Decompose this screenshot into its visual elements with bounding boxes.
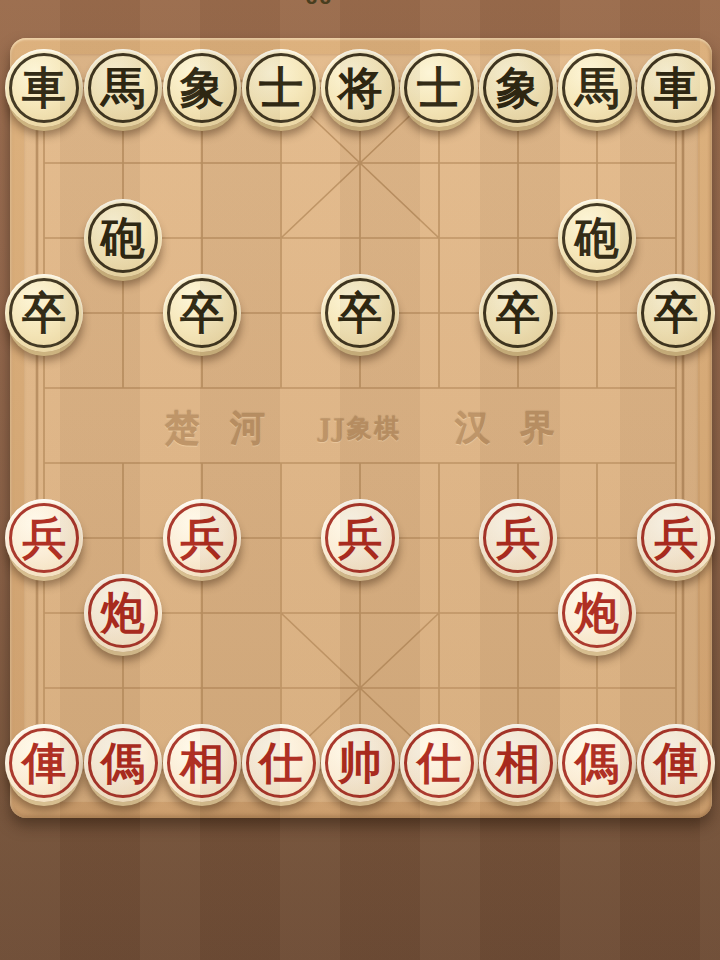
piece-red-soldier[interactable]: 兵	[637, 499, 715, 577]
piece-glyph: 卒	[644, 281, 708, 345]
piece-red-cannon[interactable]: 炮	[84, 574, 162, 652]
piece-ring: 卒	[483, 278, 553, 348]
piece-red-general[interactable]: 帅	[321, 724, 399, 802]
piece-glyph: 卒	[486, 281, 550, 345]
piece-black-soldier[interactable]: 卒	[479, 274, 557, 352]
piece-ring: 帅	[325, 728, 395, 798]
piece-glyph: 仕	[407, 731, 471, 795]
piece-ring: 馬	[562, 53, 632, 123]
piece-black-chariot[interactable]: 車	[637, 49, 715, 127]
piece-ring: 俥	[9, 728, 79, 798]
piece-ring: 兵	[483, 503, 553, 573]
piece-black-advisor[interactable]: 士	[242, 49, 320, 127]
piece-black-cannon[interactable]: 砲	[84, 199, 162, 277]
board-field	[24, 54, 698, 802]
piece-red-horse[interactable]: 傌	[84, 724, 162, 802]
piece-ring: 将	[325, 53, 395, 123]
piece-ring: 象	[483, 53, 553, 123]
piece-glyph: 兵	[170, 506, 234, 570]
piece-glyph: 兵	[644, 506, 708, 570]
piece-ring: 卒	[9, 278, 79, 348]
piece-ring: 車	[9, 53, 79, 123]
piece-glyph: 砲	[565, 206, 629, 270]
piece-ring: 砲	[88, 203, 158, 273]
piece-red-advisor[interactable]: 仕	[242, 724, 320, 802]
piece-black-soldier[interactable]: 卒	[321, 274, 399, 352]
piece-black-soldier[interactable]: 卒	[163, 274, 241, 352]
piece-ring: 相	[167, 728, 237, 798]
piece-glyph: 卒	[12, 281, 76, 345]
piece-glyph: 卒	[170, 281, 234, 345]
piece-black-horse[interactable]: 馬	[84, 49, 162, 127]
top-logo-fragment: JJ	[298, 0, 342, 7]
piece-glyph: 馬	[565, 56, 629, 120]
piece-ring: 卒	[167, 278, 237, 348]
piece-glyph: 兵	[12, 506, 76, 570]
piece-ring: 傌	[88, 728, 158, 798]
piece-glyph: 象	[486, 56, 550, 120]
piece-red-advisor[interactable]: 仕	[400, 724, 478, 802]
piece-black-general[interactable]: 将	[321, 49, 399, 127]
piece-glyph: 仕	[249, 731, 313, 795]
piece-ring: 兵	[641, 503, 711, 573]
piece-glyph: 士	[249, 56, 313, 120]
piece-red-elephant[interactable]: 相	[163, 724, 241, 802]
piece-ring: 士	[246, 53, 316, 123]
piece-black-chariot[interactable]: 車	[5, 49, 83, 127]
piece-glyph: 帅	[328, 731, 392, 795]
piece-ring: 砲	[562, 203, 632, 273]
piece-glyph: 車	[12, 56, 76, 120]
piece-ring: 傌	[562, 728, 632, 798]
piece-ring: 仕	[246, 728, 316, 798]
piece-red-soldier[interactable]: 兵	[163, 499, 241, 577]
piece-ring: 象	[167, 53, 237, 123]
piece-glyph: 傌	[91, 731, 155, 795]
xiangqi-board	[10, 38, 712, 818]
piece-ring: 馬	[88, 53, 158, 123]
piece-black-horse[interactable]: 馬	[558, 49, 636, 127]
piece-black-cannon[interactable]: 砲	[558, 199, 636, 277]
piece-ring: 俥	[641, 728, 711, 798]
piece-glyph: 車	[644, 56, 708, 120]
piece-black-soldier[interactable]: 卒	[637, 274, 715, 352]
piece-ring: 相	[483, 728, 553, 798]
piece-ring: 兵	[167, 503, 237, 573]
piece-black-soldier[interactable]: 卒	[5, 274, 83, 352]
piece-glyph: 兵	[328, 506, 392, 570]
piece-glyph: 相	[170, 731, 234, 795]
game-screen: JJ 楚河 JJ象棋 汉界 車馬象士将士象馬車砲砲卒卒卒卒卒兵兵兵兵兵炮炮俥傌相…	[0, 0, 720, 960]
piece-ring: 炮	[562, 578, 632, 648]
piece-glyph: 俥	[12, 731, 76, 795]
piece-glyph: 兵	[486, 506, 550, 570]
piece-glyph: 馬	[91, 56, 155, 120]
piece-black-elephant[interactable]: 象	[479, 49, 557, 127]
piece-black-advisor[interactable]: 士	[400, 49, 478, 127]
piece-red-soldier[interactable]: 兵	[479, 499, 557, 577]
piece-red-chariot[interactable]: 俥	[637, 724, 715, 802]
piece-glyph: 砲	[91, 206, 155, 270]
piece-red-soldier[interactable]: 兵	[321, 499, 399, 577]
piece-glyph: 傌	[565, 731, 629, 795]
piece-glyph: 将	[328, 56, 392, 120]
piece-black-elephant[interactable]: 象	[163, 49, 241, 127]
piece-glyph: 象	[170, 56, 234, 120]
piece-glyph: 炮	[565, 581, 629, 645]
piece-ring: 兵	[9, 503, 79, 573]
piece-ring: 仕	[404, 728, 474, 798]
piece-ring: 炮	[88, 578, 158, 648]
piece-red-cannon[interactable]: 炮	[558, 574, 636, 652]
piece-glyph: 卒	[328, 281, 392, 345]
piece-ring: 車	[641, 53, 711, 123]
piece-red-elephant[interactable]: 相	[479, 724, 557, 802]
piece-red-horse[interactable]: 傌	[558, 724, 636, 802]
piece-glyph: 俥	[644, 731, 708, 795]
piece-glyph: 士	[407, 56, 471, 120]
piece-glyph: 相	[486, 731, 550, 795]
piece-ring: 士	[404, 53, 474, 123]
piece-ring: 卒	[641, 278, 711, 348]
piece-red-chariot[interactable]: 俥	[5, 724, 83, 802]
piece-glyph: 炮	[91, 581, 155, 645]
piece-red-soldier[interactable]: 兵	[5, 499, 83, 577]
piece-ring: 卒	[325, 278, 395, 348]
piece-ring: 兵	[325, 503, 395, 573]
